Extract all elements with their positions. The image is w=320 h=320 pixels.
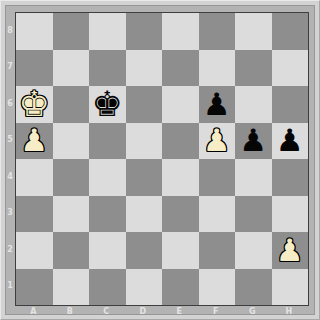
square-g4[interactable]	[235, 159, 272, 196]
file-labels: ABCDEFGH	[15, 306, 307, 317]
square-f7[interactable]	[199, 50, 236, 87]
rank-label-1: 1	[5, 268, 15, 305]
square-e4[interactable]	[162, 159, 199, 196]
square-b6[interactable]	[53, 86, 90, 123]
square-c2[interactable]	[89, 232, 126, 269]
square-g6[interactable]	[235, 86, 272, 123]
square-h5[interactable]: ♟	[272, 123, 309, 160]
file-label-b: B	[52, 306, 89, 317]
square-d1[interactable]	[126, 269, 163, 306]
square-d6[interactable]	[126, 86, 163, 123]
square-f6[interactable]: ♟	[199, 86, 236, 123]
square-b5[interactable]	[53, 123, 90, 160]
chess-board[interactable]: ♚♚♟♟♟♟♟♟	[15, 12, 309, 306]
file-label-h: H	[271, 306, 308, 317]
square-f3[interactable]	[199, 196, 236, 233]
file-label-e: E	[161, 306, 198, 317]
square-c7[interactable]	[89, 50, 126, 87]
rank-label-7: 7	[5, 49, 15, 86]
square-g2[interactable]	[235, 232, 272, 269]
square-h6[interactable]	[272, 86, 309, 123]
square-f8[interactable]	[199, 13, 236, 50]
square-c4[interactable]	[89, 159, 126, 196]
square-f2[interactable]	[199, 232, 236, 269]
black-king[interactable]: ♚	[92, 87, 123, 122]
black-pawn[interactable]: ♟	[239, 125, 267, 156]
square-e8[interactable]	[162, 13, 199, 50]
square-h1[interactable]	[272, 269, 309, 306]
square-d7[interactable]	[126, 50, 163, 87]
square-b3[interactable]	[53, 196, 90, 233]
square-g7[interactable]	[235, 50, 272, 87]
file-label-g: G	[234, 306, 271, 317]
square-e2[interactable]	[162, 232, 199, 269]
square-c5[interactable]	[89, 123, 126, 160]
window-frame: 87654321 ♚♚♟♟♟♟♟♟ ABCDEFGH	[0, 0, 320, 320]
square-a5[interactable]: ♟	[16, 123, 53, 160]
square-h7[interactable]	[272, 50, 309, 87]
square-g8[interactable]	[235, 13, 272, 50]
square-g1[interactable]	[235, 269, 272, 306]
square-b7[interactable]	[53, 50, 90, 87]
rank-label-8: 8	[5, 12, 15, 49]
file-label-f: F	[198, 306, 235, 317]
square-b8[interactable]	[53, 13, 90, 50]
square-h2[interactable]: ♟	[272, 232, 309, 269]
rank-label-6: 6	[5, 85, 15, 122]
rank-labels: 87654321	[5, 12, 15, 304]
file-label-a: A	[15, 306, 52, 317]
square-e5[interactable]	[162, 123, 199, 160]
square-d3[interactable]	[126, 196, 163, 233]
black-pawn[interactable]: ♟	[203, 89, 231, 120]
white-king[interactable]: ♚	[19, 87, 50, 122]
white-pawn[interactable]: ♟	[276, 235, 304, 266]
file-label-c: C	[88, 306, 125, 317]
square-a3[interactable]	[16, 196, 53, 233]
rank-label-3: 3	[5, 195, 15, 232]
white-pawn[interactable]: ♟	[203, 125, 231, 156]
square-b4[interactable]	[53, 159, 90, 196]
square-d8[interactable]	[126, 13, 163, 50]
square-e1[interactable]	[162, 269, 199, 306]
square-a6[interactable]: ♚	[16, 86, 53, 123]
square-a7[interactable]	[16, 50, 53, 87]
rank-label-5: 5	[5, 122, 15, 159]
square-d4[interactable]	[126, 159, 163, 196]
square-e6[interactable]	[162, 86, 199, 123]
square-a8[interactable]	[16, 13, 53, 50]
square-h3[interactable]	[272, 196, 309, 233]
square-e7[interactable]	[162, 50, 199, 87]
black-pawn[interactable]: ♟	[276, 125, 304, 156]
file-label-d: D	[125, 306, 162, 317]
square-g3[interactable]	[235, 196, 272, 233]
square-a4[interactable]	[16, 159, 53, 196]
square-f5[interactable]: ♟	[199, 123, 236, 160]
square-h4[interactable]	[272, 159, 309, 196]
square-a2[interactable]	[16, 232, 53, 269]
square-b2[interactable]	[53, 232, 90, 269]
square-c8[interactable]	[89, 13, 126, 50]
square-c3[interactable]	[89, 196, 126, 233]
square-d2[interactable]	[126, 232, 163, 269]
square-e3[interactable]	[162, 196, 199, 233]
white-pawn[interactable]: ♟	[20, 125, 48, 156]
square-a1[interactable]	[16, 269, 53, 306]
square-c6[interactable]: ♚	[89, 86, 126, 123]
square-c1[interactable]	[89, 269, 126, 306]
rank-label-4: 4	[5, 158, 15, 195]
square-g5[interactable]: ♟	[235, 123, 272, 160]
rank-label-2: 2	[5, 231, 15, 268]
square-f4[interactable]	[199, 159, 236, 196]
square-d5[interactable]	[126, 123, 163, 160]
square-f1[interactable]	[199, 269, 236, 306]
square-b1[interactable]	[53, 269, 90, 306]
square-h8[interactable]	[272, 13, 309, 50]
